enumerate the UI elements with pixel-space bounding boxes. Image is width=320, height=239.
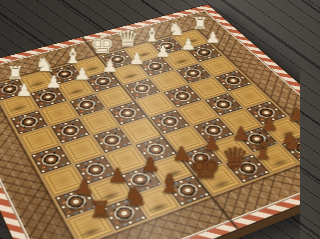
piece-shadow <box>76 224 104 239</box>
piece-black-knight: ♞ <box>116 184 154 209</box>
piece-black-king: ♚ <box>187 152 224 183</box>
piece-black-rook: ♜ <box>80 198 119 222</box>
piece-black-bishop: ♝ <box>151 171 188 196</box>
photo-scene: ♜♞♝♚♛♝♞♜♟♟♟♟♟♟♟♟♟♟♟♟♟♟♟♟♜♞♝♚♛♝♞♜ <box>0 0 300 239</box>
chess-board: ♜♞♝♚♛♝♞♜♟♟♟♟♟♟♟♟♟♟♟♟♟♟♟♟♜♞♝♚♛♝♞♜ <box>0 4 300 239</box>
